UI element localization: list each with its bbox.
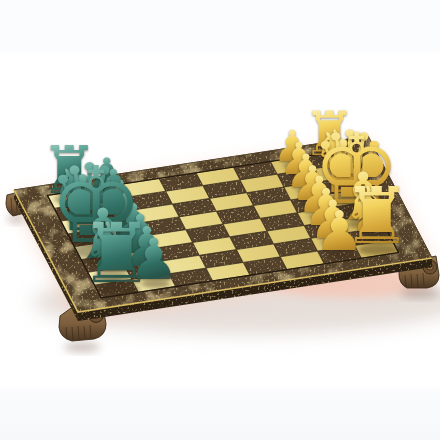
piece-gold-pawn-h2: ♟ — [312, 204, 367, 259]
chess-set-product-photo: ♜♞♝♛♚♝♞♜♟♟♟♟♟♟♟♟♟♟♟♟♟♟♟♟♜♞♝♛♚♝♞♜ — [0, 0, 440, 440]
piece-green-rook-h8: ♜ — [75, 212, 158, 295]
pieces-layer: ♜♞♝♛♚♝♞♜♟♟♟♟♟♟♟♟♟♟♟♟♟♟♟♟♜♞♝♛♚♝♞♜ — [0, 0, 440, 440]
